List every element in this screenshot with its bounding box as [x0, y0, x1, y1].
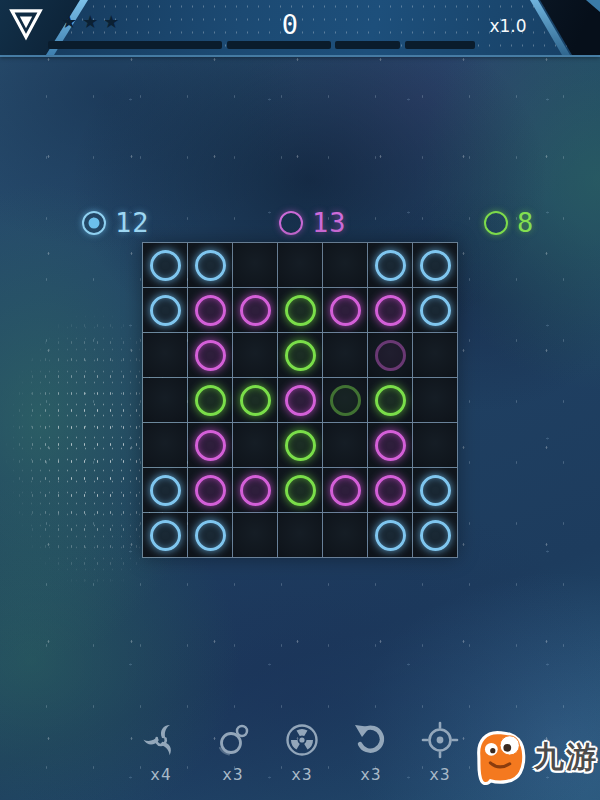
board-cell[interactable]	[188, 243, 232, 287]
powerup-target[interactable]: x3	[408, 720, 472, 784]
board-cell[interactable]	[233, 468, 277, 512]
board-cell[interactable]	[188, 513, 232, 557]
magenta-dot	[195, 430, 226, 461]
board-cell[interactable]	[413, 468, 457, 512]
bubble-icon	[213, 720, 253, 760]
board-cell[interactable]	[188, 378, 232, 422]
green-ring-icon	[484, 211, 508, 235]
board-cell[interactable]	[368, 468, 412, 512]
star-icon: ★	[82, 13, 98, 31]
watermark-text: 九游	[534, 737, 598, 778]
blue-dot	[420, 520, 451, 551]
board-cell[interactable]	[143, 513, 187, 557]
board-cell[interactable]	[413, 333, 457, 377]
board-cell[interactable]	[233, 513, 277, 557]
magenta-dot	[240, 295, 271, 326]
board-cell[interactable]	[413, 378, 457, 422]
magenta-dot	[195, 340, 226, 371]
board-cell[interactable]	[278, 378, 322, 422]
star-icon: ★	[61, 13, 77, 31]
board-cell[interactable]	[278, 333, 322, 377]
blue-dot	[420, 250, 451, 281]
board-cell[interactable]	[323, 243, 367, 287]
board-cell[interactable]	[143, 243, 187, 287]
blue-dot	[420, 295, 451, 326]
progress-segment	[48, 41, 222, 49]
magenta-ring-icon	[279, 211, 303, 235]
board-cell[interactable]	[188, 468, 232, 512]
color-counters: 12 13 8	[0, 206, 600, 238]
green-dot	[330, 385, 361, 416]
top-bar: ★★★ 0 x1.0	[0, 0, 600, 55]
counter-blue[interactable]: 12	[82, 209, 150, 236]
board-cell[interactable]	[143, 288, 187, 332]
powerup-count: x3	[408, 765, 472, 784]
board-cell[interactable]	[413, 423, 457, 467]
powerup-count: x3	[339, 765, 403, 784]
green-dot	[375, 385, 406, 416]
board-cell[interactable]	[323, 378, 367, 422]
multiplier-value: x1.0	[478, 16, 538, 36]
blue-dot	[375, 520, 406, 551]
board-cell[interactable]	[278, 288, 322, 332]
board-cell[interactable]	[188, 288, 232, 332]
board-cell[interactable]	[413, 513, 457, 557]
progress-segment	[405, 41, 475, 49]
powerup-undo[interactable]: x3	[339, 720, 403, 784]
radiation-icon	[282, 720, 322, 760]
board-cell[interactable]	[233, 378, 277, 422]
board-cell[interactable]	[143, 333, 187, 377]
mascot-icon	[472, 726, 530, 788]
counter-green[interactable]: 8	[484, 209, 534, 236]
blue-dot	[375, 250, 406, 281]
board-cell[interactable]	[233, 243, 277, 287]
board-cell[interactable]	[368, 333, 412, 377]
blue-dot	[150, 250, 181, 281]
blue-dot	[150, 475, 181, 506]
powerup-bubble[interactable]: x3	[201, 720, 265, 784]
board-cell[interactable]	[278, 468, 322, 512]
powerup-radiation[interactable]: x3	[270, 720, 334, 784]
star-rating: ★★★	[61, 13, 119, 31]
green-dot	[285, 475, 316, 506]
blue-dot	[150, 295, 181, 326]
magenta-dot	[375, 295, 406, 326]
magenta-dot	[195, 295, 226, 326]
green-count: 8	[517, 209, 534, 236]
powerup-count: x4	[129, 765, 193, 784]
star-icon: ★	[103, 13, 119, 31]
board-cell[interactable]	[188, 423, 232, 467]
magenta-count: 13	[312, 209, 347, 236]
green-dot	[285, 430, 316, 461]
board-cell[interactable]	[368, 243, 412, 287]
green-dot	[285, 295, 316, 326]
progress-segment	[227, 41, 331, 49]
board-cell[interactable]	[323, 423, 367, 467]
undo-icon	[351, 720, 391, 760]
board-cell[interactable]	[323, 513, 367, 557]
board-cell[interactable]	[143, 423, 187, 467]
board-cell[interactable]	[368, 423, 412, 467]
blue-dot	[150, 520, 181, 551]
magenta-dot	[195, 475, 226, 506]
board-cell[interactable]	[413, 288, 457, 332]
board-cell[interactable]	[233, 333, 277, 377]
progress-segment	[335, 41, 400, 49]
board-cell[interactable]	[323, 288, 367, 332]
watermark: 九游	[472, 726, 598, 788]
board-cell[interactable]	[368, 513, 412, 557]
magenta-dot	[330, 475, 361, 506]
powerup-count: x3	[201, 765, 265, 784]
blue-count: 12	[115, 209, 150, 236]
board-cell[interactable]	[323, 468, 367, 512]
board-cell[interactable]	[143, 378, 187, 422]
green-dot	[240, 385, 271, 416]
magenta-dot	[375, 430, 406, 461]
board-cell[interactable]	[233, 288, 277, 332]
green-dot	[285, 340, 316, 371]
board-cell[interactable]	[188, 333, 232, 377]
board-cell[interactable]	[233, 423, 277, 467]
board-cell[interactable]	[368, 288, 412, 332]
game-logo-icon	[9, 7, 43, 41]
magenta-dot	[285, 385, 316, 416]
blue-ring-selected-icon	[82, 211, 106, 235]
board-cell[interactable]	[278, 243, 322, 287]
counter-magenta[interactable]: 13	[279, 209, 347, 236]
powerup-swirl[interactable]: x4	[129, 720, 193, 784]
board-cell[interactable]	[143, 468, 187, 512]
green-dot	[195, 385, 226, 416]
magenta-dot	[375, 475, 406, 506]
blue-dot	[195, 250, 226, 281]
blue-dot	[195, 520, 226, 551]
puzzle-board	[142, 242, 458, 558]
powerup-count: x3	[270, 765, 334, 784]
blue-dot	[420, 475, 451, 506]
board-cell[interactable]	[278, 513, 322, 557]
board-cell[interactable]	[323, 333, 367, 377]
board-cell[interactable]	[413, 243, 457, 287]
board-cell[interactable]	[278, 423, 322, 467]
magenta-dot	[330, 295, 361, 326]
target-icon	[420, 720, 460, 760]
magenta-dot	[375, 340, 406, 371]
board-cell[interactable]	[368, 378, 412, 422]
magenta-dot	[240, 475, 271, 506]
swirl-icon	[141, 720, 181, 760]
score-value: 0	[255, 9, 325, 40]
